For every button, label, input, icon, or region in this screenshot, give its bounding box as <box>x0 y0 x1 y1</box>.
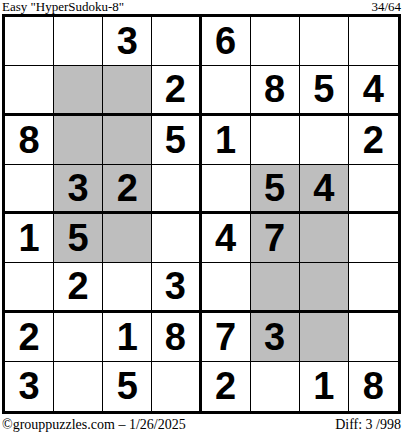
cell-r7c1[interactable]: 2 <box>5 313 54 362</box>
cell-r5c5[interactable]: 4 <box>202 214 251 263</box>
cell-r6c4[interactable]: 3 <box>152 263 201 312</box>
cell-r4c5[interactable] <box>202 165 251 214</box>
copyright-text: ©grouppuzzles.com – 1/26/2025 <box>2 417 186 433</box>
cell-r8c2[interactable] <box>54 362 103 411</box>
cell-r3c3[interactable] <box>103 116 152 165</box>
cell-r3c6[interactable] <box>251 116 300 165</box>
cell-r3c1[interactable]: 8 <box>5 116 54 165</box>
difficulty-text: Diff: 3 /998 <box>335 417 401 433</box>
cell-r3c4[interactable]: 5 <box>152 116 201 165</box>
cell-r1c5[interactable]: 6 <box>202 17 251 66</box>
cell-r5c8[interactable] <box>349 214 398 263</box>
cell-r8c3[interactable]: 5 <box>103 362 152 411</box>
cell-r6c2[interactable]: 2 <box>54 263 103 312</box>
cell-r1c3[interactable]: 3 <box>103 17 152 66</box>
puzzle-title: Easy "HyperSudoku-8" <box>2 0 124 13</box>
cell-r4c8[interactable] <box>349 165 398 214</box>
cell-r2c6[interactable]: 8 <box>251 66 300 115</box>
cell-r4c2[interactable]: 3 <box>54 165 103 214</box>
cell-r7c4[interactable]: 8 <box>152 313 201 362</box>
cell-r3c7[interactable] <box>300 116 349 165</box>
cell-r2c7[interactable]: 5 <box>300 66 349 115</box>
cell-r8c7[interactable]: 1 <box>300 362 349 411</box>
cell-r6c8[interactable] <box>349 263 398 312</box>
cell-r3c2[interactable] <box>54 116 103 165</box>
cell-r5c7[interactable] <box>300 214 349 263</box>
cell-r1c6[interactable] <box>251 17 300 66</box>
cell-r2c1[interactable] <box>5 66 54 115</box>
cell-r7c3[interactable]: 1 <box>103 313 152 362</box>
cell-r8c8[interactable]: 8 <box>349 362 398 411</box>
cell-r7c6[interactable]: 3 <box>251 313 300 362</box>
cell-r7c2[interactable] <box>54 313 103 362</box>
cell-r4c1[interactable] <box>5 165 54 214</box>
cell-r8c5[interactable]: 2 <box>202 362 251 411</box>
cell-r1c7[interactable] <box>300 17 349 66</box>
cell-r6c5[interactable] <box>202 263 251 312</box>
cell-r2c4[interactable]: 2 <box>152 66 201 115</box>
cell-r6c3[interactable] <box>103 263 152 312</box>
cell-r4c3[interactable]: 2 <box>103 165 152 214</box>
cell-r6c6[interactable] <box>251 263 300 312</box>
cell-r7c7[interactable] <box>300 313 349 362</box>
cell-r7c5[interactable]: 7 <box>202 313 251 362</box>
cell-r6c1[interactable] <box>5 263 54 312</box>
cell-r4c6[interactable]: 5 <box>251 165 300 214</box>
footer: ©grouppuzzles.com – 1/26/2025 Diff: 3 /9… <box>2 417 401 435</box>
sudoku-board: 362854851232541547232187335218 <box>2 14 401 414</box>
cell-r2c2[interactable] <box>54 66 103 115</box>
cell-r1c1[interactable] <box>5 17 54 66</box>
cell-r5c4[interactable] <box>152 214 201 263</box>
cell-r3c5[interactable]: 1 <box>202 116 251 165</box>
cell-r4c4[interactable] <box>152 165 201 214</box>
puzzle-counter: 34/64 <box>371 0 401 13</box>
cell-r8c6[interactable] <box>251 362 300 411</box>
cell-r5c1[interactable]: 1 <box>5 214 54 263</box>
puzzle-page: Easy "HyperSudoku-8" 34/64 3628548512325… <box>0 0 403 437</box>
cell-r2c8[interactable]: 4 <box>349 66 398 115</box>
cell-r1c2[interactable] <box>54 17 103 66</box>
cell-r2c3[interactable] <box>103 66 152 115</box>
header: Easy "HyperSudoku-8" 34/64 <box>2 0 401 14</box>
cell-r4c7[interactable]: 4 <box>300 165 349 214</box>
cell-r1c8[interactable] <box>349 17 398 66</box>
cell-r5c6[interactable]: 7 <box>251 214 300 263</box>
cell-r5c2[interactable]: 5 <box>54 214 103 263</box>
cell-r6c7[interactable] <box>300 263 349 312</box>
cell-r5c3[interactable] <box>103 214 152 263</box>
cell-r8c1[interactable]: 3 <box>5 362 54 411</box>
cell-r8c4[interactable] <box>152 362 201 411</box>
cell-r3c8[interactable]: 2 <box>349 116 398 165</box>
cell-r2c5[interactable] <box>202 66 251 115</box>
cell-r1c4[interactable] <box>152 17 201 66</box>
cell-r7c8[interactable] <box>349 313 398 362</box>
